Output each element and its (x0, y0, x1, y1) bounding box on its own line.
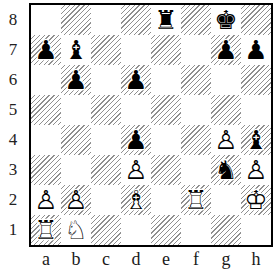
rank-label-4: 4 (4, 130, 22, 150)
square-a2[interactable]: ♙ (31, 185, 61, 215)
square-c5[interactable] (91, 95, 121, 125)
white-pawn-b2[interactable]: ♙ (61, 185, 91, 215)
square-h6[interactable] (241, 65, 271, 95)
square-c7[interactable] (91, 35, 121, 65)
square-g3[interactable]: ♞ (211, 155, 241, 185)
white-bishop-d2[interactable]: ♗ (121, 185, 151, 215)
square-h3[interactable]: ♙ (241, 155, 271, 185)
white-knight-b1[interactable]: ♘ (61, 215, 91, 245)
white-pawn-h3[interactable]: ♙ (241, 155, 271, 185)
square-e6[interactable] (151, 65, 181, 95)
square-d2[interactable]: ♗ (121, 185, 151, 215)
square-b5[interactable] (61, 95, 91, 125)
square-f3[interactable] (181, 155, 211, 185)
white-pawn-g4[interactable]: ♙ (211, 125, 241, 155)
black-knight-g3[interactable]: ♞ (211, 155, 241, 185)
square-e1[interactable] (151, 215, 181, 245)
square-e2[interactable] (151, 185, 181, 215)
square-h7[interactable]: ♟ (241, 35, 271, 65)
white-rook-a1[interactable]: ♖ (31, 215, 61, 245)
chess-diagram: ♜♚♟♝♟♟♟♟♟♙♝♙♞♙♙♙♗♖♔♖♘ 87654321abcdefgh (0, 0, 278, 280)
black-rook-e8[interactable]: ♜ (151, 5, 181, 35)
square-c4[interactable] (91, 125, 121, 155)
white-pawn-a2[interactable]: ♙ (31, 185, 61, 215)
square-b2[interactable]: ♙ (61, 185, 91, 215)
black-pawn-d6[interactable]: ♟ (121, 65, 151, 95)
square-e8[interactable]: ♜ (151, 5, 181, 35)
square-g2[interactable] (211, 185, 241, 215)
black-king-g8[interactable]: ♚ (211, 5, 241, 35)
square-h2[interactable]: ♔ (241, 185, 271, 215)
rank-label-5: 5 (4, 100, 22, 120)
square-e4[interactable] (151, 125, 181, 155)
rank-label-3: 3 (4, 160, 22, 180)
file-label-f: f (193, 249, 199, 270)
square-c3[interactable] (91, 155, 121, 185)
square-d4[interactable]: ♟ (121, 125, 151, 155)
black-bishop-h4[interactable]: ♝ (241, 125, 271, 155)
square-d3[interactable]: ♙ (121, 155, 151, 185)
square-a1[interactable]: ♖ (31, 215, 61, 245)
square-d8[interactable] (121, 5, 151, 35)
rank-label-8: 8 (4, 10, 22, 30)
square-a8[interactable] (31, 5, 61, 35)
square-f7[interactable] (181, 35, 211, 65)
black-pawn-b6[interactable]: ♟ (61, 65, 91, 95)
file-label-d: d (132, 249, 141, 270)
square-d7[interactable] (121, 35, 151, 65)
square-f6[interactable] (181, 65, 211, 95)
rank-label-1: 1 (4, 220, 22, 240)
file-label-e: e (162, 249, 170, 270)
square-b7[interactable]: ♝ (61, 35, 91, 65)
white-king-h2[interactable]: ♔ (241, 185, 271, 215)
rank-label-2: 2 (4, 190, 22, 210)
square-g8[interactable]: ♚ (211, 5, 241, 35)
white-rook-f2[interactable]: ♖ (181, 185, 211, 215)
square-b4[interactable] (61, 125, 91, 155)
square-d5[interactable] (121, 95, 151, 125)
square-a4[interactable] (31, 125, 61, 155)
square-h1[interactable] (241, 215, 271, 245)
square-c2[interactable] (91, 185, 121, 215)
square-d6[interactable]: ♟ (121, 65, 151, 95)
square-d1[interactable] (121, 215, 151, 245)
square-g6[interactable] (211, 65, 241, 95)
square-e5[interactable] (151, 95, 181, 125)
square-a5[interactable] (31, 95, 61, 125)
file-label-h: h (252, 249, 261, 270)
square-g4[interactable]: ♙ (211, 125, 241, 155)
square-f8[interactable] (181, 5, 211, 35)
file-label-c: c (102, 249, 110, 270)
black-pawn-h7[interactable]: ♟ (241, 35, 271, 65)
square-g7[interactable]: ♟ (211, 35, 241, 65)
square-a6[interactable] (31, 65, 61, 95)
square-f4[interactable] (181, 125, 211, 155)
file-label-g: g (222, 249, 231, 270)
square-a3[interactable] (31, 155, 61, 185)
square-f2[interactable]: ♖ (181, 185, 211, 215)
black-pawn-d4[interactable]: ♟ (121, 125, 151, 155)
square-h4[interactable]: ♝ (241, 125, 271, 155)
black-bishop-b7[interactable]: ♝ (61, 35, 91, 65)
square-b6[interactable]: ♟ (61, 65, 91, 95)
square-g5[interactable] (211, 95, 241, 125)
square-b8[interactable] (61, 5, 91, 35)
square-e3[interactable] (151, 155, 181, 185)
rank-label-6: 6 (4, 70, 22, 90)
file-label-a: a (42, 249, 50, 270)
square-h8[interactable] (241, 5, 271, 35)
square-g1[interactable] (211, 215, 241, 245)
square-e7[interactable] (151, 35, 181, 65)
square-a7[interactable]: ♟ (31, 35, 61, 65)
black-pawn-a7[interactable]: ♟ (31, 35, 61, 65)
black-pawn-g7[interactable]: ♟ (211, 35, 241, 65)
rank-label-7: 7 (4, 40, 22, 60)
chess-board: ♜♚♟♝♟♟♟♟♟♙♝♙♞♙♙♙♗♖♔♖♘ (29, 3, 273, 247)
square-f5[interactable] (181, 95, 211, 125)
square-f1[interactable] (181, 215, 211, 245)
square-c6[interactable] (91, 65, 121, 95)
square-b1[interactable]: ♘ (61, 215, 91, 245)
square-c8[interactable] (91, 5, 121, 35)
square-h5[interactable] (241, 95, 271, 125)
square-b3[interactable] (61, 155, 91, 185)
file-label-b: b (72, 249, 81, 270)
white-pawn-d3[interactable]: ♙ (121, 155, 151, 185)
square-c1[interactable] (91, 215, 121, 245)
